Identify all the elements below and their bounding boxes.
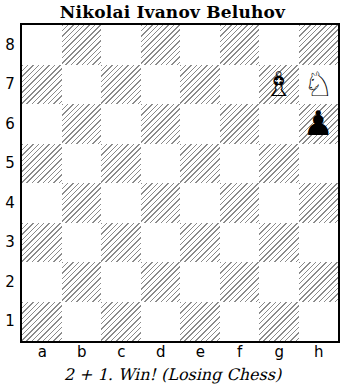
rank-label-2: 2 xyxy=(0,262,20,302)
square-d5 xyxy=(141,144,181,184)
diagram-caption: 2 + 1. Win! (Losing Chess) xyxy=(0,363,345,387)
square-g8 xyxy=(259,25,299,65)
chess-board: ♗♘♟ xyxy=(20,23,340,343)
file-label-a: a xyxy=(23,343,63,362)
white-bishop: ♗ xyxy=(264,65,294,105)
square-g4 xyxy=(259,183,299,223)
rank-labels: 87654321 xyxy=(0,23,20,341)
chess-problem-diagram: Nikolai Ivanov Beluhov 87654321 ♗♘♟ abcd… xyxy=(0,1,345,387)
square-d8 xyxy=(141,25,181,65)
square-g7: ♗ xyxy=(259,65,299,105)
square-a5 xyxy=(22,144,62,184)
rank-label-4: 4 xyxy=(0,183,20,223)
square-c1 xyxy=(101,302,141,342)
square-d2 xyxy=(141,262,181,302)
file-label-e: e xyxy=(181,343,221,362)
square-c6 xyxy=(101,104,141,144)
white-knight: ♘ xyxy=(303,65,333,105)
square-b4 xyxy=(62,183,102,223)
square-c4 xyxy=(101,183,141,223)
square-d7 xyxy=(141,65,181,105)
square-e3 xyxy=(180,223,220,263)
file-labels: abcdefgh xyxy=(23,343,339,362)
square-e4 xyxy=(180,183,220,223)
square-b5 xyxy=(62,144,102,184)
square-g6 xyxy=(259,104,299,144)
square-h8 xyxy=(299,25,339,65)
file-label-g: g xyxy=(260,343,300,362)
diagram-title: Nikolai Ivanov Beluhov xyxy=(0,1,345,23)
rank-label-3: 3 xyxy=(0,223,20,263)
rank-label-6: 6 xyxy=(0,104,20,144)
square-h6: ♟ xyxy=(299,104,339,144)
board-with-rank-labels: 87654321 ♗♘♟ xyxy=(0,23,345,343)
square-b2 xyxy=(62,262,102,302)
square-f2 xyxy=(220,262,260,302)
square-c2 xyxy=(101,262,141,302)
square-e1 xyxy=(180,302,220,342)
file-label-c: c xyxy=(102,343,142,362)
square-f5 xyxy=(220,144,260,184)
rank-label-7: 7 xyxy=(0,65,20,105)
file-label-f: f xyxy=(220,343,260,362)
square-f1 xyxy=(220,302,260,342)
square-h4 xyxy=(299,183,339,223)
square-d4 xyxy=(141,183,181,223)
square-h7: ♘ xyxy=(299,65,339,105)
square-h2 xyxy=(299,262,339,302)
black-pawn: ♟ xyxy=(303,104,333,144)
square-a7 xyxy=(22,65,62,105)
file-label-b: b xyxy=(62,343,102,362)
square-b6 xyxy=(62,104,102,144)
square-f4 xyxy=(220,183,260,223)
square-c7 xyxy=(101,65,141,105)
square-c3 xyxy=(101,223,141,263)
file-labels-row: abcdefgh xyxy=(0,343,345,362)
square-f3 xyxy=(220,223,260,263)
square-f8 xyxy=(220,25,260,65)
file-label-d: d xyxy=(141,343,181,362)
square-b3 xyxy=(62,223,102,263)
square-e6 xyxy=(180,104,220,144)
square-d6 xyxy=(141,104,181,144)
rank-label-5: 5 xyxy=(0,144,20,184)
square-g1 xyxy=(259,302,299,342)
rank-label-8: 8 xyxy=(0,25,20,65)
square-g3 xyxy=(259,223,299,263)
square-d3 xyxy=(141,223,181,263)
square-c5 xyxy=(101,144,141,184)
square-b8 xyxy=(62,25,102,65)
square-a1 xyxy=(22,302,62,342)
file-label-h: h xyxy=(299,343,339,362)
square-a2 xyxy=(22,262,62,302)
square-a3 xyxy=(22,223,62,263)
square-a8 xyxy=(22,25,62,65)
square-f6 xyxy=(220,104,260,144)
square-g2 xyxy=(259,262,299,302)
square-h1 xyxy=(299,302,339,342)
square-e2 xyxy=(180,262,220,302)
square-b1 xyxy=(62,302,102,342)
square-f7 xyxy=(220,65,260,105)
square-e8 xyxy=(180,25,220,65)
square-d1 xyxy=(141,302,181,342)
square-c8 xyxy=(101,25,141,65)
rank-label-1: 1 xyxy=(0,302,20,342)
square-a6 xyxy=(22,104,62,144)
square-h3 xyxy=(299,223,339,263)
square-g5 xyxy=(259,144,299,184)
square-h5 xyxy=(299,144,339,184)
square-e5 xyxy=(180,144,220,184)
square-e7 xyxy=(180,65,220,105)
square-b7 xyxy=(62,65,102,105)
square-a4 xyxy=(22,183,62,223)
